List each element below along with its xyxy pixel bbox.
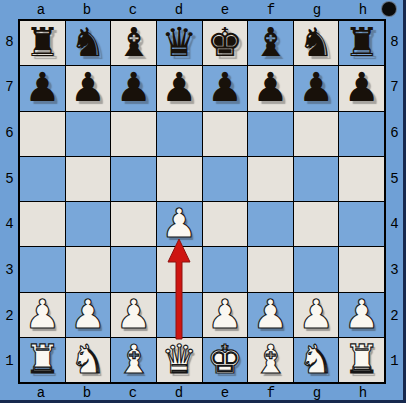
square-d3[interactable] [157,247,202,291]
square-g3[interactable] [294,247,339,291]
file-label-c: c [110,1,156,19]
square-e8[interactable]: ♚ [203,21,248,65]
rank-label-4: 4 [1,202,18,248]
square-h2[interactable]: ♟ [339,293,384,337]
square-d1[interactable]: ♛ [157,338,202,382]
square-d7[interactable]: ♟ [157,66,202,110]
square-g1[interactable]: ♞ [294,338,339,382]
square-b6[interactable] [66,112,111,156]
square-d6[interactable] [157,112,202,156]
square-h5[interactable] [339,157,384,201]
square-b7[interactable]: ♟ [66,66,111,110]
chess-board-app: abcdefgh abcdefgh 87654321 87654321 ♜♞♝♛… [0,0,406,403]
piece-white-pawn[interactable]: ♟ [344,294,380,334]
piece-black-bishop[interactable]: ♝ [253,22,289,62]
square-h3[interactable] [339,247,384,291]
piece-black-pawn[interactable]: ♟ [207,67,243,107]
square-c1[interactable]: ♝ [111,338,156,382]
square-g8[interactable]: ♞ [294,21,339,65]
rank-label-4: 4 [386,202,403,248]
square-a7[interactable]: ♟ [20,66,65,110]
piece-white-pawn[interactable]: ♟ [253,294,289,334]
square-a4[interactable] [20,202,65,246]
square-e6[interactable] [203,112,248,156]
square-a1[interactable]: ♜ [20,338,65,382]
piece-black-pawn[interactable]: ♟ [116,67,152,107]
square-h1[interactable]: ♜ [339,338,384,382]
rank-label-3: 3 [1,247,18,293]
square-d5[interactable] [157,157,202,201]
rank-label-8: 8 [1,19,18,65]
square-d8[interactable]: ♛ [157,21,202,65]
piece-black-pawn[interactable]: ♟ [24,67,60,107]
square-g5[interactable] [294,157,339,201]
square-h7[interactable]: ♟ [339,66,384,110]
piece-white-pawn[interactable]: ♟ [116,294,152,334]
piece-white-pawn[interactable]: ♟ [24,294,60,334]
square-b8[interactable]: ♞ [66,21,111,65]
square-c7[interactable]: ♟ [111,66,156,110]
rank-label-5: 5 [1,156,18,202]
square-c8[interactable]: ♝ [111,21,156,65]
rank-label-1: 1 [1,338,18,384]
file-label-f: f [248,1,294,19]
rank-label-5: 5 [386,156,403,202]
rank-label-1: 1 [386,338,403,384]
rank-label-3: 3 [386,247,403,293]
square-e5[interactable] [203,157,248,201]
piece-white-knight[interactable]: ♞ [70,339,106,379]
square-f4[interactable] [248,202,293,246]
square-e1[interactable]: ♚ [203,338,248,382]
rank-label-7: 7 [1,65,18,111]
square-e3[interactable] [203,247,248,291]
file-label-a: a [18,1,64,19]
square-h8[interactable]: ♜ [339,21,384,65]
file-label-g: g [294,1,340,19]
square-a5[interactable] [20,157,65,201]
square-e4[interactable] [203,202,248,246]
square-c5[interactable] [111,157,156,201]
square-d4[interactable]: ♟ [157,202,202,246]
black-to-move-indicator-icon [382,2,396,16]
square-f8[interactable]: ♝ [248,21,293,65]
square-a3[interactable] [20,247,65,291]
piece-white-bishop[interactable]: ♝ [116,339,152,379]
square-f2[interactable]: ♟ [248,293,293,337]
square-g7[interactable]: ♟ [294,66,339,110]
square-b5[interactable] [66,157,111,201]
square-g6[interactable] [294,112,339,156]
piece-white-king[interactable]: ♚ [207,339,243,379]
piece-white-pawn[interactable]: ♟ [161,203,197,243]
piece-black-pawn[interactable]: ♟ [253,67,289,107]
square-a6[interactable] [20,112,65,156]
piece-black-pawn[interactable]: ♟ [70,67,106,107]
square-b4[interactable] [66,202,111,246]
piece-black-king[interactable]: ♚ [207,22,243,62]
square-f1[interactable]: ♝ [248,338,293,382]
piece-white-pawn[interactable]: ♟ [298,294,334,334]
piece-white-queen[interactable]: ♛ [161,339,197,379]
piece-black-rook[interactable]: ♜ [24,22,60,62]
square-g2[interactable]: ♟ [294,293,339,337]
piece-white-knight[interactable]: ♞ [298,339,334,379]
file-labels-top: abcdefgh [18,1,386,19]
square-h6[interactable] [339,112,384,156]
square-b1[interactable]: ♞ [66,338,111,382]
square-e2[interactable]: ♟ [203,293,248,337]
square-a8[interactable]: ♜ [20,21,65,65]
piece-black-pawn[interactable]: ♟ [298,67,334,107]
square-g4[interactable] [294,202,339,246]
chess-board: ♜♞♝♛♚♝♞♜♟♟♟♟♟♟♟♟♟♟♟♟♟♟♟♟♜♞♝♛♚♝♞♜ [18,19,386,384]
square-d2[interactable] [157,293,202,337]
square-c2[interactable]: ♟ [111,293,156,337]
square-b2[interactable]: ♟ [66,293,111,337]
piece-black-knight[interactable]: ♞ [298,22,334,62]
file-label-d: d [156,1,202,19]
rank-label-8: 8 [386,19,403,65]
rank-label-6: 6 [386,110,403,156]
square-f6[interactable] [248,112,293,156]
piece-black-bishop[interactable]: ♝ [116,22,152,62]
rank-labels-right: 87654321 [386,19,403,384]
piece-white-rook[interactable]: ♜ [24,339,60,379]
file-label-e: e [202,1,248,19]
rank-labels-left: 87654321 [1,19,18,384]
piece-white-rook[interactable]: ♜ [344,339,380,379]
square-f5[interactable] [248,157,293,201]
square-e7[interactable]: ♟ [203,66,248,110]
square-f3[interactable] [248,247,293,291]
rank-label-2: 2 [1,293,18,339]
file-label-b: b [64,1,110,19]
rank-label-2: 2 [386,293,403,339]
square-c3[interactable] [111,247,156,291]
file-label-h: h [340,1,386,19]
piece-black-pawn[interactable]: ♟ [161,67,197,107]
rank-label-6: 6 [1,110,18,156]
piece-black-pawn[interactable]: ♟ [344,67,380,107]
piece-white-pawn[interactable]: ♟ [70,294,106,334]
piece-white-bishop[interactable]: ♝ [253,339,289,379]
piece-black-knight[interactable]: ♞ [70,22,106,62]
piece-black-rook[interactable]: ♜ [344,22,380,62]
square-b3[interactable] [66,247,111,291]
rank-label-7: 7 [386,65,403,111]
piece-white-pawn[interactable]: ♟ [207,294,243,334]
square-f7[interactable]: ♟ [248,66,293,110]
square-h4[interactable] [339,202,384,246]
square-c4[interactable] [111,202,156,246]
square-c6[interactable] [111,112,156,156]
square-a2[interactable]: ♟ [20,293,65,337]
piece-black-queen[interactable]: ♛ [161,22,197,62]
